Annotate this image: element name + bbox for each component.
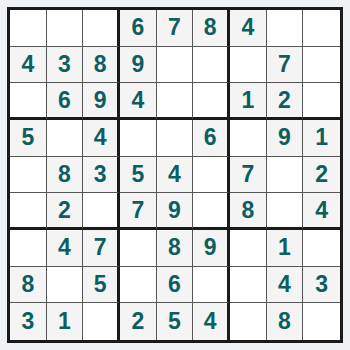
cell-r2c7[interactable] — [230, 47, 267, 84]
cell-r3c5[interactable] — [157, 83, 194, 120]
cell-r1c7[interactable]: 4 — [230, 10, 267, 47]
cell-r4c9[interactable]: 1 — [303, 120, 340, 157]
cell-r5c8[interactable] — [267, 157, 304, 194]
cell-r1c3[interactable] — [83, 10, 120, 47]
sudoku-board: 6784438976941254691835472279844789185643… — [7, 7, 343, 343]
cell-r1c9[interactable] — [303, 10, 340, 47]
cell-r5c2[interactable]: 8 — [47, 157, 84, 194]
cell-r2c3[interactable]: 8 — [83, 47, 120, 84]
cell-r5c3[interactable]: 3 — [83, 157, 120, 194]
cell-r2c1[interactable]: 4 — [10, 47, 47, 84]
cell-r5c4[interactable]: 5 — [120, 157, 157, 194]
cell-r2c8[interactable]: 7 — [267, 47, 304, 84]
cell-r9c1[interactable]: 3 — [10, 303, 47, 340]
cell-r1c8[interactable] — [267, 10, 304, 47]
cell-r2c2[interactable]: 3 — [47, 47, 84, 84]
cell-r4c8[interactable]: 9 — [267, 120, 304, 157]
cell-r3c7[interactable]: 1 — [230, 83, 267, 120]
cell-r6c7[interactable]: 8 — [230, 193, 267, 230]
cell-r4c1[interactable]: 5 — [10, 120, 47, 157]
cell-r7c3[interactable]: 7 — [83, 230, 120, 267]
cell-r8c4[interactable] — [120, 267, 157, 304]
cell-r4c6[interactable]: 6 — [193, 120, 230, 157]
cell-r6c9[interactable]: 4 — [303, 193, 340, 230]
cell-r7c8[interactable]: 1 — [267, 230, 304, 267]
cell-r3c6[interactable] — [193, 83, 230, 120]
cell-r2c6[interactable] — [193, 47, 230, 84]
cell-r5c9[interactable]: 2 — [303, 157, 340, 194]
cell-r3c4[interactable]: 4 — [120, 83, 157, 120]
cell-r1c6[interactable]: 8 — [193, 10, 230, 47]
cell-r6c4[interactable]: 7 — [120, 193, 157, 230]
cell-r4c3[interactable]: 4 — [83, 120, 120, 157]
cell-r9c3[interactable] — [83, 303, 120, 340]
cell-r4c2[interactable] — [47, 120, 84, 157]
cell-r7c7[interactable] — [230, 230, 267, 267]
cell-r8c5[interactable]: 6 — [157, 267, 194, 304]
cell-r5c7[interactable]: 7 — [230, 157, 267, 194]
cell-r8c9[interactable]: 3 — [303, 267, 340, 304]
cell-r4c7[interactable] — [230, 120, 267, 157]
cell-r2c5[interactable] — [157, 47, 194, 84]
cell-r6c3[interactable] — [83, 193, 120, 230]
cell-r3c1[interactable] — [10, 83, 47, 120]
cell-r7c9[interactable] — [303, 230, 340, 267]
cell-r7c5[interactable]: 8 — [157, 230, 194, 267]
cell-r9c6[interactable]: 4 — [193, 303, 230, 340]
cell-r9c9[interactable] — [303, 303, 340, 340]
cell-r1c4[interactable]: 6 — [120, 10, 157, 47]
cell-r7c2[interactable]: 4 — [47, 230, 84, 267]
cell-r6c5[interactable]: 9 — [157, 193, 194, 230]
cell-r3c9[interactable] — [303, 83, 340, 120]
cell-r2c9[interactable] — [303, 47, 340, 84]
cell-r8c7[interactable] — [230, 267, 267, 304]
cell-r9c4[interactable]: 2 — [120, 303, 157, 340]
cell-r6c2[interactable]: 2 — [47, 193, 84, 230]
cell-r8c2[interactable] — [47, 267, 84, 304]
cell-r6c1[interactable] — [10, 193, 47, 230]
cell-r9c2[interactable]: 1 — [47, 303, 84, 340]
cell-r9c5[interactable]: 5 — [157, 303, 194, 340]
cell-r6c8[interactable] — [267, 193, 304, 230]
cell-r4c5[interactable] — [157, 120, 194, 157]
cell-r7c6[interactable]: 9 — [193, 230, 230, 267]
cell-r1c5[interactable]: 7 — [157, 10, 194, 47]
cell-r5c6[interactable] — [193, 157, 230, 194]
cell-r5c5[interactable]: 4 — [157, 157, 194, 194]
cell-r4c4[interactable] — [120, 120, 157, 157]
cell-r8c1[interactable]: 8 — [10, 267, 47, 304]
cell-r5c1[interactable] — [10, 157, 47, 194]
cell-r6c6[interactable] — [193, 193, 230, 230]
cell-r3c2[interactable]: 6 — [47, 83, 84, 120]
cell-r1c2[interactable] — [47, 10, 84, 47]
cell-r8c3[interactable]: 5 — [83, 267, 120, 304]
cell-r2c4[interactable]: 9 — [120, 47, 157, 84]
cell-r8c6[interactable] — [193, 267, 230, 304]
cell-r3c3[interactable]: 9 — [83, 83, 120, 120]
cell-r8c8[interactable]: 4 — [267, 267, 304, 304]
cell-r3c8[interactable]: 2 — [267, 83, 304, 120]
cell-r9c8[interactable]: 8 — [267, 303, 304, 340]
cell-r7c1[interactable] — [10, 230, 47, 267]
cell-r9c7[interactable] — [230, 303, 267, 340]
cell-r7c4[interactable] — [120, 230, 157, 267]
cell-r1c1[interactable] — [10, 10, 47, 47]
